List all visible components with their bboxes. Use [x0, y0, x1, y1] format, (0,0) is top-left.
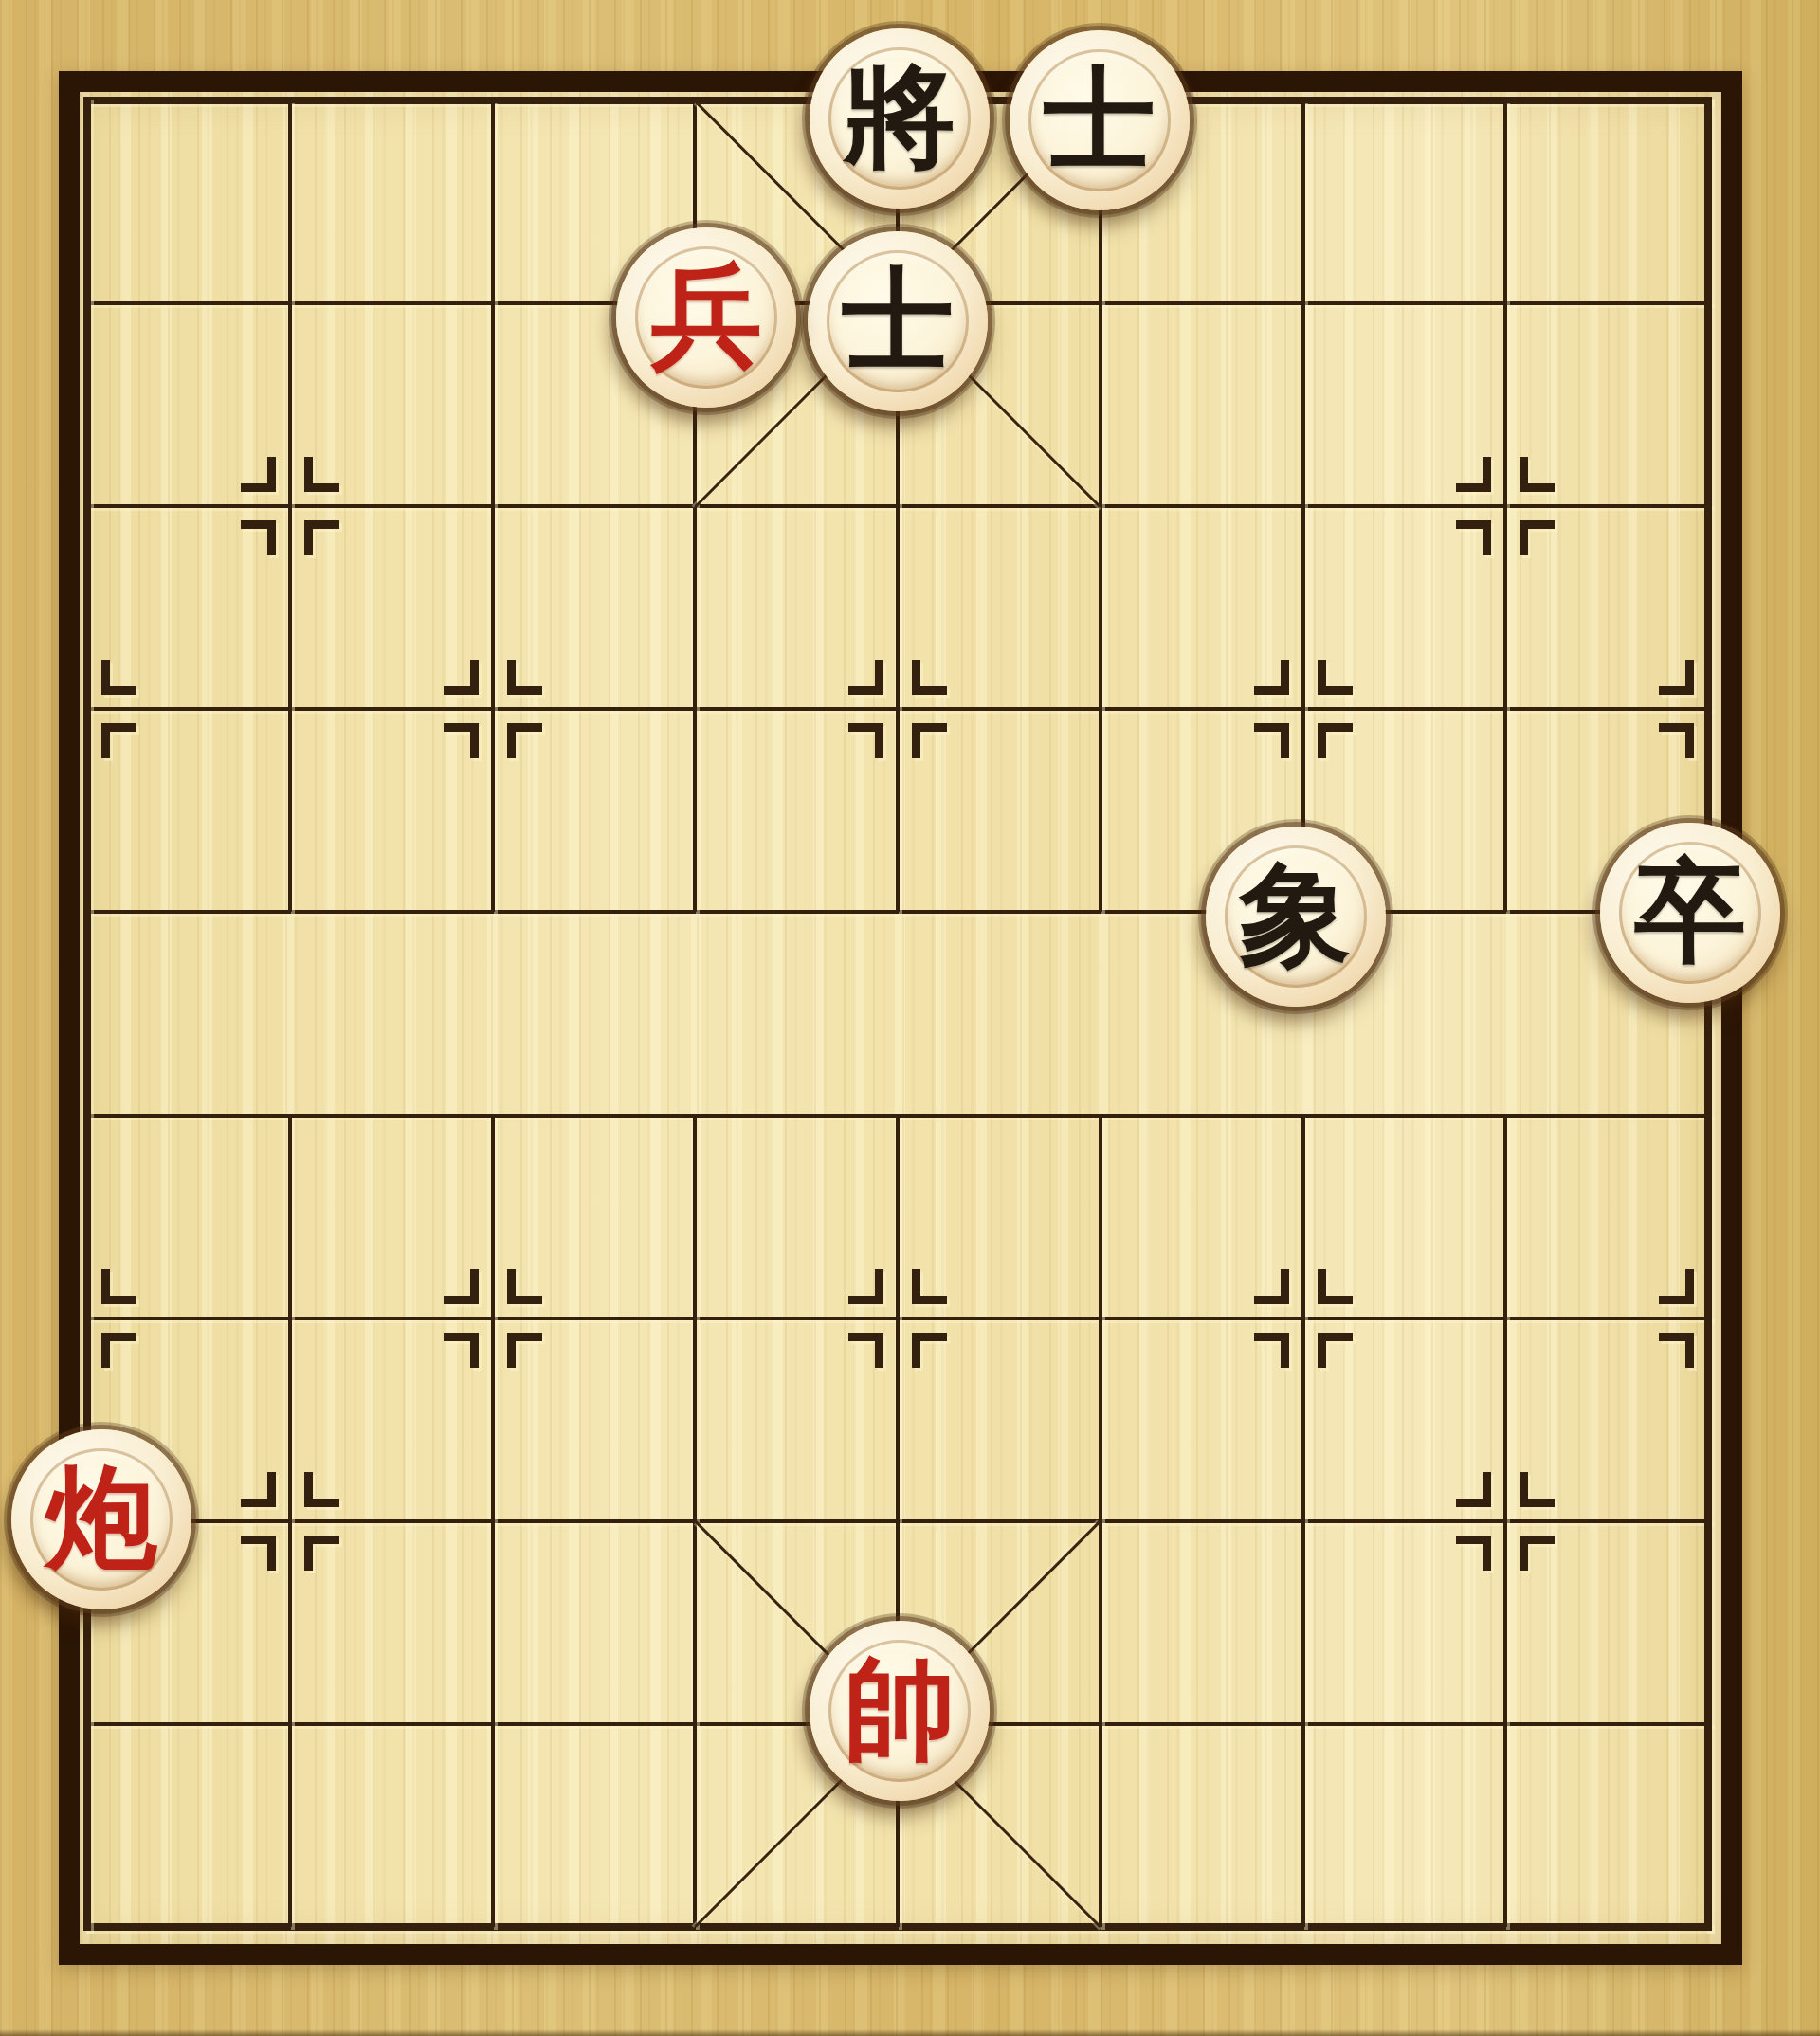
point-marker-tick	[1456, 520, 1491, 555]
point-marker-tick	[912, 660, 947, 695]
point-marker-tick	[1254, 1333, 1289, 1368]
grid-file-line	[1503, 1116, 1507, 1927]
point-marker-tick	[444, 723, 479, 758]
river	[87, 912, 1708, 1115]
grid-file-line	[491, 1116, 495, 1927]
point-marker-tick	[1659, 723, 1694, 758]
piece-red-general[interactable]: 帥	[810, 1621, 990, 1801]
point-marker-tick	[1254, 723, 1289, 758]
point-marker-tick	[1520, 1472, 1555, 1507]
piece-black-advisor[interactable]: 士	[808, 231, 988, 411]
point-marker-tick	[912, 1269, 947, 1304]
point-marker-tick	[848, 1333, 883, 1368]
grid-file-line	[1301, 1116, 1305, 1927]
point-marker-tick	[1659, 1269, 1694, 1304]
point-marker-tick	[101, 723, 136, 758]
point-marker-tick	[1456, 457, 1491, 492]
point-marker-tick	[848, 1269, 883, 1304]
point-marker-tick	[912, 1333, 947, 1368]
point-marker-tick	[241, 1472, 276, 1507]
point-marker-tick	[912, 723, 947, 758]
point-marker-tick	[1254, 660, 1289, 695]
point-marker-tick	[241, 457, 276, 492]
black-piece-character: 士	[808, 231, 988, 411]
point-marker-tick	[1456, 1472, 1491, 1507]
point-marker-tick	[1318, 723, 1353, 758]
point-marker-tick	[444, 1269, 479, 1304]
red-piece-character: 兵	[616, 227, 796, 408]
point-marker-tick	[101, 1269, 136, 1304]
point-marker-tick	[1520, 520, 1555, 555]
point-marker-tick	[1456, 1536, 1491, 1571]
point-marker-tick	[507, 1333, 542, 1368]
grid-file-line	[1301, 100, 1305, 912]
point-marker-tick	[241, 1536, 276, 1571]
point-marker-tick	[507, 1269, 542, 1304]
point-marker-tick	[1520, 457, 1555, 492]
red-piece-character: 炮	[11, 1429, 191, 1609]
point-marker-tick	[507, 660, 542, 695]
red-piece-character: 帥	[810, 1621, 990, 1801]
point-marker-tick	[101, 660, 136, 695]
point-marker-tick	[304, 1536, 339, 1571]
point-marker-tick	[1318, 1269, 1353, 1304]
black-piece-character: 將	[810, 28, 990, 209]
point-marker-tick	[241, 520, 276, 555]
point-marker-tick	[848, 723, 883, 758]
point-marker-tick	[1520, 1536, 1555, 1571]
point-marker-tick	[1659, 1333, 1694, 1368]
point-marker-tick	[444, 1333, 479, 1368]
piece-black-elephant[interactable]: 象	[1206, 827, 1386, 1007]
point-marker-tick	[1318, 660, 1353, 695]
black-piece-character: 卒	[1600, 823, 1780, 1003]
point-marker-tick	[848, 660, 883, 695]
black-piece-character: 士	[1010, 30, 1190, 210]
piece-black-advisor[interactable]: 士	[1010, 30, 1190, 210]
point-marker-tick	[304, 520, 339, 555]
point-marker-tick	[507, 723, 542, 758]
point-marker-tick	[304, 457, 339, 492]
grid-file-line	[896, 100, 900, 912]
piece-red-cannon[interactable]: 炮	[11, 1429, 191, 1609]
point-marker-tick	[1318, 1333, 1353, 1368]
grid-file-line	[1503, 100, 1507, 912]
grid-file-line	[288, 1116, 292, 1927]
grid-file-line	[896, 1116, 900, 1927]
grid-file-line	[288, 100, 292, 912]
piece-red-soldier[interactable]: 兵	[616, 227, 796, 408]
app-screen: 將士士兵象卒炮帥	[0, 0, 1820, 2036]
xiangqi-board[interactable]: 將士士兵象卒炮帥	[0, 0, 1820, 2036]
black-piece-character: 象	[1206, 827, 1386, 1007]
piece-black-general[interactable]: 將	[810, 28, 990, 209]
grid-file-line	[491, 100, 495, 912]
point-marker-tick	[1659, 660, 1694, 695]
point-marker-tick	[101, 1333, 136, 1368]
point-marker-tick	[304, 1472, 339, 1507]
point-marker-tick	[1254, 1269, 1289, 1304]
point-marker-tick	[444, 660, 479, 695]
piece-black-soldier[interactable]: 卒	[1600, 823, 1780, 1003]
